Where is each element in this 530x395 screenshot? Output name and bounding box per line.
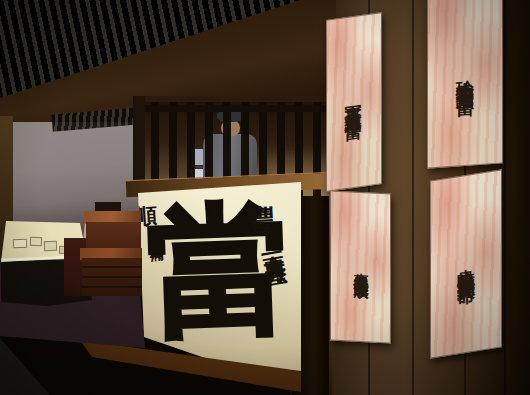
window-top-frame — [133, 96, 333, 102]
signboard-right-heading: 豐 — [245, 200, 283, 236]
rule-plaque-lower-right: 蟲咬鼠傷各聽天命 — [430, 169, 502, 358]
window-rail — [133, 105, 333, 112]
pawned-article — [44, 241, 57, 251]
wall-panel-seam — [504, 0, 506, 395]
rule-plaque-upper-left: 軍器火藥一律不當 — [326, 12, 382, 192]
rule-plaque-text: 失票無保不能贖取 — [331, 191, 390, 342]
rule-plaque-lower-left: 失票無保不能贖取 — [330, 190, 391, 343]
rule-plaque-text: 軍器火藥一律不當 — [327, 13, 381, 191]
leather-trunk-front — [82, 258, 142, 296]
pawnshop-exhibit-photo: 順 六個足月為滿 當 豐 大票一分八厘 軍器火藥一律不當 珍奇物不知價不當 失票… — [0, 0, 530, 395]
leather-trunk-front — [86, 222, 141, 248]
wall-panel-seam — [412, 0, 414, 395]
pawned-article — [30, 237, 42, 246]
rule-plaque-text: 蟲咬鼠傷各聽天命 — [431, 170, 501, 357]
rule-plaque-upper-right: 珍奇物不知價不當 — [427, 0, 503, 169]
pawned-article — [13, 239, 27, 249]
rule-plaque-text: 珍奇物不知價不當 — [428, 0, 502, 168]
